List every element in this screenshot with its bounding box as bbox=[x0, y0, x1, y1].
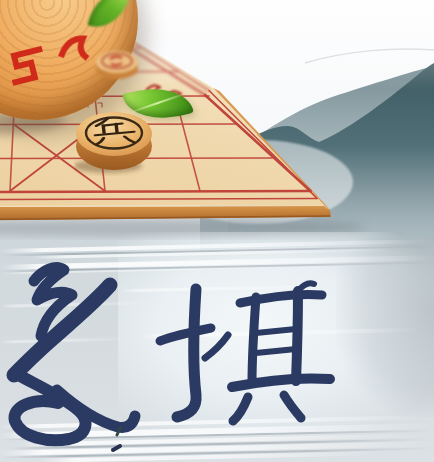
title-char-xiang bbox=[14, 268, 135, 441]
title-char-qi bbox=[160, 283, 330, 421]
title-calligraphy bbox=[0, 245, 434, 462]
blurred-piece bbox=[94, 48, 140, 80]
soldier-piece bbox=[74, 106, 156, 176]
splash-banner: 象棋 楚河 漢界 兵 bbox=[0, 0, 434, 462]
board-shadow bbox=[0, 218, 365, 236]
